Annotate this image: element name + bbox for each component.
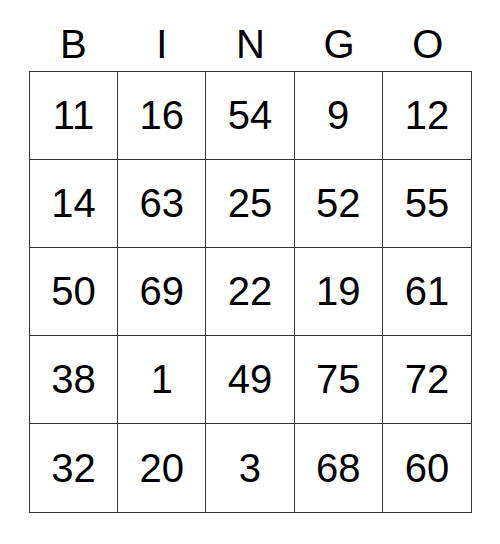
cell-r5c5[interactable]: 60 <box>383 424 471 512</box>
bingo-header-row: B I N G O <box>29 0 472 71</box>
cell-r3c3[interactable]: 22 <box>206 248 294 336</box>
bingo-card-page: B I N G O 11 16 54 9 12 14 63 25 52 55 5… <box>0 0 500 544</box>
header-letter-i: I <box>118 24 207 71</box>
cell-r2c2[interactable]: 63 <box>118 160 206 248</box>
cell-r1c5[interactable]: 12 <box>383 72 471 160</box>
header-letter-g: G <box>295 24 384 71</box>
cell-r2c3[interactable]: 25 <box>206 160 294 248</box>
cell-r4c3[interactable]: 49 <box>206 336 294 424</box>
cell-r1c1[interactable]: 11 <box>30 72 118 160</box>
cell-r4c5[interactable]: 72 <box>383 336 471 424</box>
cell-r1c3[interactable]: 54 <box>206 72 294 160</box>
header-letter-n: N <box>206 24 295 71</box>
cell-r5c2[interactable]: 20 <box>118 424 206 512</box>
cell-r3c2[interactable]: 69 <box>118 248 206 336</box>
cell-r1c4[interactable]: 9 <box>295 72 383 160</box>
cell-r5c3[interactable]: 3 <box>206 424 294 512</box>
cell-r4c1[interactable]: 38 <box>30 336 118 424</box>
cell-r3c5[interactable]: 61 <box>383 248 471 336</box>
cell-r2c4[interactable]: 52 <box>295 160 383 248</box>
header-letter-o: O <box>383 24 472 71</box>
cell-r5c1[interactable]: 32 <box>30 424 118 512</box>
header-letter-b: B <box>29 24 118 71</box>
cell-r1c2[interactable]: 16 <box>118 72 206 160</box>
cell-r3c4[interactable]: 19 <box>295 248 383 336</box>
cell-r4c4[interactable]: 75 <box>295 336 383 424</box>
cell-r2c1[interactable]: 14 <box>30 160 118 248</box>
cell-r4c2[interactable]: 1 <box>118 336 206 424</box>
cell-r5c4[interactable]: 68 <box>295 424 383 512</box>
bingo-card: B I N G O 11 16 54 9 12 14 63 25 52 55 5… <box>29 0 472 513</box>
bingo-grid: 11 16 54 9 12 14 63 25 52 55 50 69 22 19… <box>29 71 472 513</box>
cell-r2c5[interactable]: 55 <box>383 160 471 248</box>
cell-r3c1[interactable]: 50 <box>30 248 118 336</box>
